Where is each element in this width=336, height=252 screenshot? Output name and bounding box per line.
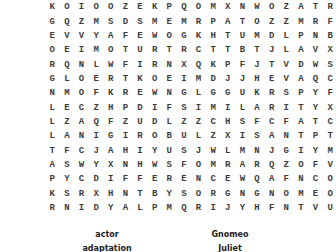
grid-cell: N <box>45 86 60 100</box>
grid-cell: O <box>89 0 104 14</box>
grid-cell: H <box>206 29 221 43</box>
grid-cell: Y <box>89 158 104 172</box>
grid-cell: O <box>323 172 336 186</box>
grid-cell: O <box>323 186 336 200</box>
grid-cell: U <box>133 115 148 129</box>
grid-cell: T <box>294 100 309 114</box>
grid-cell: I <box>89 129 104 143</box>
grid-cell: S <box>279 86 294 100</box>
grid-cell: R <box>308 14 323 28</box>
grid-cell: U <box>162 143 177 157</box>
grid-cell: H <box>250 72 265 86</box>
grid-cell: M <box>147 14 162 28</box>
grid-cell: O <box>264 0 279 14</box>
grid-cell: N <box>264 186 279 200</box>
grid-cell: F <box>89 86 104 100</box>
grid-cell: O <box>45 43 60 57</box>
grid-cell: A <box>264 172 279 186</box>
grid-cell: C <box>74 143 89 157</box>
grid-cell: O <box>147 129 162 143</box>
grid-cell: G <box>206 86 221 100</box>
grid-cell: I <box>206 201 221 215</box>
grid-cell: T <box>250 43 265 57</box>
grid-cell: K <box>206 57 221 71</box>
grid-cell: R <box>45 57 60 71</box>
grid-cell: F <box>264 201 279 215</box>
grid-cell: M <box>162 201 177 215</box>
grid-cell: X <box>104 158 119 172</box>
grid-cell: B <box>147 186 162 200</box>
grid-cell: F <box>250 115 265 129</box>
grid-cell: P <box>294 86 309 100</box>
grid-cell: T <box>162 43 177 57</box>
grid-cell: M <box>60 86 75 100</box>
grid-cell: J <box>89 143 104 157</box>
grid-cell: P <box>118 100 133 114</box>
grid-cell: W <box>147 29 162 43</box>
grid-cell: W <box>104 57 119 71</box>
grid-cell: V <box>279 57 294 71</box>
grid-cell: Y <box>162 186 177 200</box>
grid-cell: E <box>60 100 75 114</box>
grid-cell: F <box>308 158 323 172</box>
grid-cell: Y <box>308 100 323 114</box>
grid-cell: R <box>264 100 279 114</box>
grid-cell: N <box>74 129 89 143</box>
grid-cell: X <box>221 129 236 143</box>
grid-cell: F <box>104 115 119 129</box>
grid-cell: R <box>133 129 148 143</box>
grid-cell: L <box>133 201 148 215</box>
grid-cell: A <box>60 129 75 143</box>
grid-cell: K <box>191 29 206 43</box>
grid-cell: R <box>147 57 162 71</box>
grid-cell: N <box>162 57 177 71</box>
grid-cell: Y <box>89 29 104 43</box>
grid-cell: X <box>221 0 236 14</box>
grid-cell: F <box>235 57 250 71</box>
grid-cell: S <box>177 143 192 157</box>
grid-cell: T <box>133 186 148 200</box>
grid-cell: O <box>191 158 206 172</box>
grid-cell: A <box>45 158 60 172</box>
grid-cell: O <box>60 0 75 14</box>
grid-cell: I <box>191 100 206 114</box>
grid-cell: R <box>323 0 336 14</box>
grid-cell: F <box>60 143 75 157</box>
grid-cell: L <box>221 143 236 157</box>
grid-cell: D <box>206 72 221 86</box>
grid-cell: D <box>264 29 279 43</box>
grid-cell: I <box>118 129 133 143</box>
grid-cell: V <box>279 72 294 86</box>
grid-cell: M <box>177 14 192 28</box>
grid-cell: M <box>89 43 104 57</box>
grid-cell: C <box>308 172 323 186</box>
grid-cell: H <box>104 186 119 200</box>
grid-cell: N <box>118 158 133 172</box>
grid-cell: X <box>177 57 192 71</box>
grid-cell: W <box>308 57 323 71</box>
grid-cell: P <box>45 172 60 186</box>
grid-cell: T <box>206 43 221 57</box>
grid-cell: A <box>294 0 309 14</box>
grid-cell: R <box>147 43 162 57</box>
grid-cell: J <box>191 143 206 157</box>
grid-cell: G <box>250 186 265 200</box>
grid-cell: E <box>89 72 104 86</box>
grid-cell: G <box>45 14 60 28</box>
grid-cell: S <box>235 115 250 129</box>
word-list-item: adaptation <box>40 242 174 252</box>
grid-cell: Z <box>74 14 89 28</box>
grid-cell: P <box>162 0 177 14</box>
grid-cell: I <box>279 100 294 114</box>
grid-cell: Z <box>279 0 294 14</box>
grid-cell: B <box>323 29 336 43</box>
grid-cell: S <box>104 14 119 28</box>
grid-cell: N <box>294 172 309 186</box>
grid-cell: L <box>162 115 177 129</box>
grid-cell: O <box>191 0 206 14</box>
grid-cell: D <box>147 115 162 129</box>
grid-cell: O <box>294 158 309 172</box>
grid-cell: D <box>133 100 148 114</box>
grid-cell: T <box>323 129 336 143</box>
grid-cell: L <box>89 57 104 71</box>
grid-cell: P <box>147 201 162 215</box>
grid-cell: A <box>294 115 309 129</box>
grid-cell: Q <box>60 14 75 28</box>
grid-cell: S <box>323 57 336 71</box>
grid-cell: W <box>147 158 162 172</box>
grid-cell: K <box>147 0 162 14</box>
grid-cell: M <box>191 72 206 86</box>
grid-cell: A <box>74 115 89 129</box>
grid-cell: I <box>74 201 89 215</box>
grid-cell: Y <box>308 86 323 100</box>
grid-cell: H <box>118 143 133 157</box>
grid-cell: C <box>323 72 336 86</box>
grid-cell: L <box>279 29 294 43</box>
grid-cell: L <box>45 115 60 129</box>
grid-cell: E <box>308 186 323 200</box>
word-list-item: Juliet <box>174 242 286 252</box>
grid-cell: K <box>104 86 119 100</box>
word-list-item: actor <box>40 228 174 242</box>
grid-cell: L <box>191 129 206 143</box>
grid-cell: Q <box>177 0 192 14</box>
grid-cell: Z <box>191 115 206 129</box>
grid-cell: Y <box>60 172 75 186</box>
grid-cell: N <box>60 201 75 215</box>
grid-cell: M <box>294 14 309 28</box>
grid-cell: T <box>45 143 60 157</box>
grid-cell: D <box>89 201 104 215</box>
grid-cell: Q <box>177 201 192 215</box>
grid-cell: W <box>250 0 265 14</box>
grid-cell: I <box>147 100 162 114</box>
grid-cell: X <box>323 100 336 114</box>
grid-cell: T <box>221 43 236 57</box>
word-search-page: KOIOOZEKPQOMXNWOZATRGQZMSDSMEMRPATOZZMRF… <box>0 0 336 252</box>
grid-cell: E <box>162 14 177 28</box>
grid-cell: H <box>133 158 148 172</box>
grid-cell: Q <box>89 115 104 129</box>
grid-cell: C <box>74 100 89 114</box>
grid-cell: T <box>308 115 323 129</box>
grid-cell: T <box>294 201 309 215</box>
grid-cell: E <box>177 172 192 186</box>
grid-cell: S <box>177 100 192 114</box>
grid-cell: F <box>118 172 133 186</box>
grid-cell: X <box>323 43 336 57</box>
grid-cell: R <box>250 158 265 172</box>
grid-cell: O <box>74 86 89 100</box>
grid-cell: I <box>74 0 89 14</box>
grid-cell: F <box>323 86 336 100</box>
grid-cell: W <box>235 172 250 186</box>
grid-cell: G <box>279 143 294 157</box>
grid-cell: I <box>221 100 236 114</box>
grid-cell: C <box>264 115 279 129</box>
grid-cell: W <box>147 86 162 100</box>
grid-cell: Q <box>264 158 279 172</box>
grid-cell: Z <box>264 14 279 28</box>
grid-cell: A <box>104 29 119 43</box>
grid-cell: C <box>323 115 336 129</box>
grid-cell: Z <box>60 115 75 129</box>
grid-cell: I <box>133 57 148 71</box>
grid-cell: N <box>191 172 206 186</box>
grid-cell: R <box>191 14 206 28</box>
grid-cell: F <box>162 100 177 114</box>
grid-cell: N <box>308 29 323 43</box>
grid-cell: E <box>264 72 279 86</box>
grid-cell: E <box>162 72 177 86</box>
word-list-column-left: actor adaptation <box>40 228 174 252</box>
grid-cell: Q <box>308 72 323 86</box>
grid-cell: Z <box>279 158 294 172</box>
grid-cell: R <box>45 201 60 215</box>
grid-cell: A <box>264 129 279 143</box>
grid-cell: M <box>89 14 104 28</box>
grid-cell: N <box>235 0 250 14</box>
grid-cell: U <box>323 201 336 215</box>
grid-cell: C <box>206 115 221 129</box>
grid-cell: A <box>294 43 309 57</box>
grid-cell: R <box>162 172 177 186</box>
grid-cell: C <box>74 172 89 186</box>
grid-cell: N <box>250 143 265 157</box>
grid-cell: D <box>294 57 309 71</box>
grid-cell: M <box>323 143 336 157</box>
grid-cell: O <box>104 43 119 57</box>
grid-cell: R <box>104 72 119 86</box>
grid-cell: P <box>308 129 323 143</box>
grid-cell: E <box>133 29 148 43</box>
grid-cell: V <box>60 29 75 43</box>
grid-cell: J <box>250 57 265 71</box>
grid-cell: G <box>45 72 60 86</box>
grid-cell: Z <box>279 14 294 28</box>
grid-cell: J <box>235 72 250 86</box>
grid-cell: J <box>264 143 279 157</box>
grid-cell: N <box>235 186 250 200</box>
grid-cell: L <box>235 100 250 114</box>
grid-cell: E <box>147 172 162 186</box>
grid-cell: F <box>133 172 148 186</box>
grid-cell: M <box>250 29 265 43</box>
grid-cell: C <box>206 172 221 186</box>
grid-cell: A <box>221 14 236 28</box>
grid-cell: N <box>74 57 89 71</box>
grid-cell: I <box>74 43 89 57</box>
grid-cell: R <box>191 201 206 215</box>
grid-cell: A <box>235 158 250 172</box>
grid-cell: F <box>279 115 294 129</box>
grid-cell: F <box>323 14 336 28</box>
grid-cell: F <box>118 57 133 71</box>
grid-cell: Q <box>60 57 75 71</box>
grid-cell: A <box>118 201 133 215</box>
grid-cell: D <box>89 172 104 186</box>
word-search-grid: KOIOOZEKPQOMXNWOZATRGQZMSDSMEMRPATOZZMRF… <box>45 0 336 215</box>
grid-cell: K <box>45 186 60 200</box>
grid-cell: E <box>60 43 75 57</box>
grid-cell: V <box>74 29 89 43</box>
grid-cell: Q <box>191 57 206 71</box>
grid-cell: G <box>177 29 192 43</box>
grid-cell: T <box>235 14 250 28</box>
grid-cell: O <box>250 14 265 28</box>
grid-cell: U <box>133 43 148 57</box>
grid-cell: L <box>45 129 60 143</box>
grid-cell: O <box>147 72 162 86</box>
grid-cell: H <box>221 115 236 129</box>
grid-cell: S <box>60 186 75 200</box>
grid-cell: B <box>235 43 250 57</box>
grid-cell: T <box>118 43 133 57</box>
grid-cell: T <box>264 57 279 71</box>
grid-cell: U <box>235 29 250 43</box>
grid-cell: C <box>191 43 206 57</box>
grid-cell: Y <box>308 143 323 157</box>
grid-cell: I <box>177 72 192 86</box>
grid-cell: L <box>279 43 294 57</box>
grid-cell: R <box>221 158 236 172</box>
grid-cell: H <box>250 201 265 215</box>
grid-cell: F <box>177 158 192 172</box>
grid-cell: W <box>206 143 221 157</box>
grid-cell: T <box>294 129 309 143</box>
grid-cell: N <box>279 129 294 143</box>
grid-cell: Z <box>177 115 192 129</box>
grid-cell: N <box>118 186 133 200</box>
grid-cell: Y <box>147 143 162 157</box>
grid-cell: U <box>177 129 192 143</box>
grid-cell: W <box>74 158 89 172</box>
grid-cell: I <box>235 129 250 143</box>
grid-cell: I <box>294 143 309 157</box>
grid-cell: J <box>221 201 236 215</box>
grid-cell: G <box>221 86 236 100</box>
grid-cell: J <box>221 72 236 86</box>
grid-cell: G <box>104 129 119 143</box>
grid-cell: X <box>89 186 104 200</box>
grid-cell: D <box>118 14 133 28</box>
grid-cell: S <box>60 158 75 172</box>
grid-cell: O <box>74 72 89 86</box>
grid-cell: B <box>162 129 177 143</box>
grid-cell: Z <box>118 0 133 14</box>
grid-cell: Z <box>118 115 133 129</box>
grid-cell: F <box>279 172 294 186</box>
grid-cell: P <box>221 57 236 71</box>
grid-cell: Y <box>235 201 250 215</box>
grid-cell: A <box>250 100 265 114</box>
grid-cell: S <box>177 186 192 200</box>
grid-cell: H <box>104 100 119 114</box>
grid-cell: E <box>133 86 148 100</box>
grid-cell: N <box>162 86 177 100</box>
grid-cell: R <box>118 86 133 100</box>
grid-cell: L <box>60 72 75 86</box>
grid-cell: I <box>104 172 119 186</box>
grid-cell: V <box>308 201 323 215</box>
grid-cell: P <box>206 14 221 28</box>
grid-cell: I <box>133 143 148 157</box>
grid-cell: S <box>133 14 148 28</box>
grid-cell: F <box>118 29 133 43</box>
grid-cell: M <box>206 158 221 172</box>
grid-cell: V <box>308 43 323 57</box>
grid-cell: V <box>323 158 336 172</box>
grid-cell: O <box>104 0 119 14</box>
grid-cell: K <box>45 0 60 14</box>
grid-cell: S <box>250 129 265 143</box>
grid-cell: O <box>279 186 294 200</box>
grid-cell: T <box>308 0 323 14</box>
grid-cell: N <box>279 201 294 215</box>
grid-cell: R <box>177 43 192 57</box>
grid-cell: T <box>221 29 236 43</box>
grid-cell: R <box>206 186 221 200</box>
grid-cell: E <box>133 0 148 14</box>
grid-cell: G <box>177 86 192 100</box>
grid-cell: Z <box>89 100 104 114</box>
grid-cell: L <box>45 100 60 114</box>
grid-cell: O <box>191 186 206 200</box>
grid-cell: T <box>118 72 133 86</box>
grid-cell: E <box>45 29 60 43</box>
grid-cell: P <box>294 29 309 43</box>
grid-cell: M <box>206 100 221 114</box>
grid-cell: M <box>206 0 221 14</box>
grid-cell: A <box>104 143 119 157</box>
grid-cell: K <box>250 86 265 100</box>
grid-cell: R <box>264 86 279 100</box>
grid-cell: J <box>264 43 279 57</box>
grid-cell: K <box>133 72 148 86</box>
word-list-item: Gnomeo <box>174 228 286 242</box>
grid-cell: L <box>191 86 206 100</box>
grid-cell: U <box>235 86 250 100</box>
grid-cell: Z <box>206 129 221 143</box>
grid-cell: G <box>221 186 236 200</box>
word-list-column-right: Gnomeo Juliet <box>174 228 286 252</box>
grid-cell: S <box>162 158 177 172</box>
